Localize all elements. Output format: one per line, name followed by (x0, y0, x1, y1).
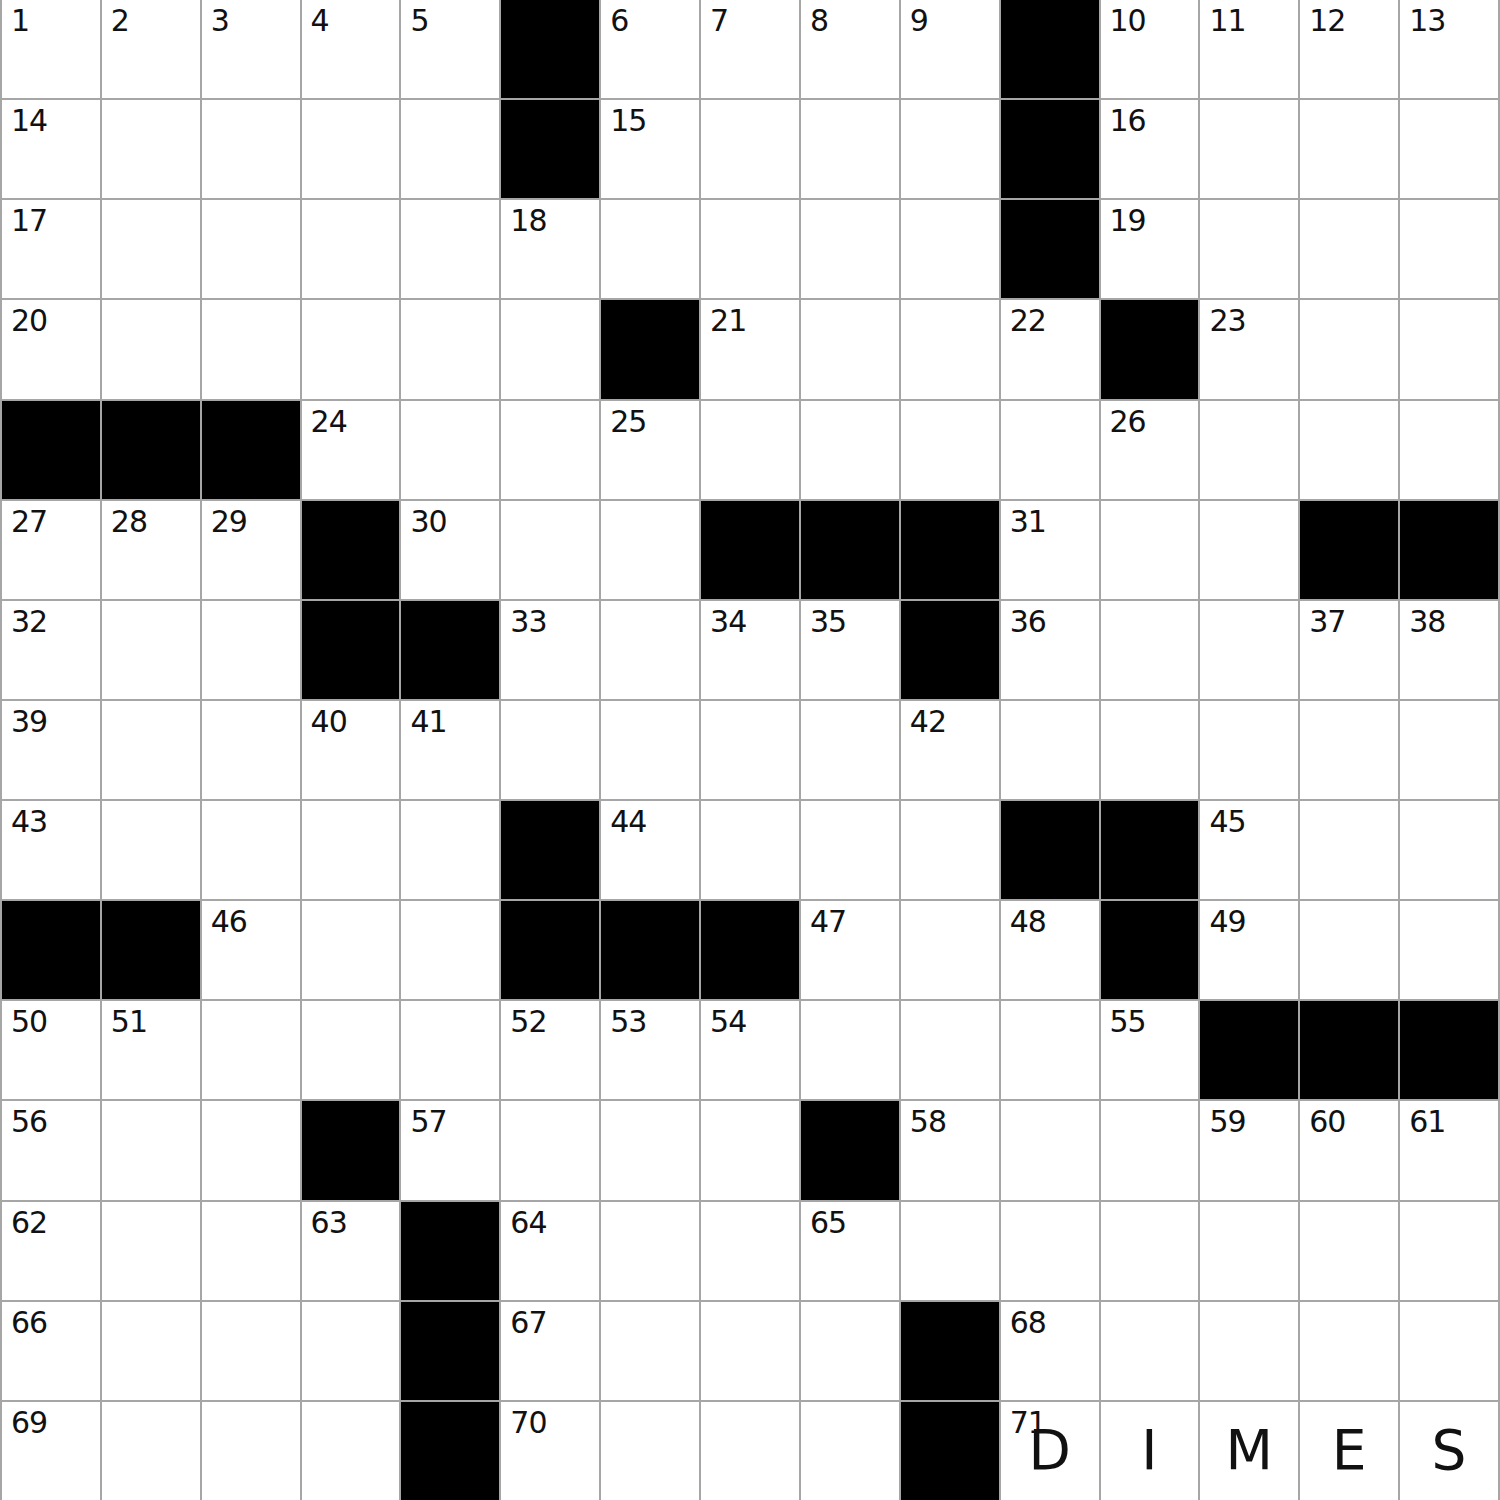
block-r5c2 (102, 401, 200, 499)
cell-r7c11[interactable]: 36 (1001, 601, 1099, 699)
cell-r6c6[interactable] (501, 501, 599, 599)
cell-r15c2[interactable] (102, 1402, 200, 1500)
clue-number: 40 (311, 707, 347, 737)
cell-r8c3[interactable] (202, 701, 300, 799)
clue-number: 16 (1110, 106, 1146, 136)
clue-number: 14 (11, 106, 47, 136)
cell-r3c1[interactable]: 17 (2, 200, 100, 298)
clue-number: 7 (710, 6, 728, 36)
clue-number: 50 (11, 1007, 47, 1037)
block-r14c10 (901, 1302, 999, 1400)
cell-r4c14[interactable] (1300, 300, 1398, 398)
clue-number: 69 (11, 1408, 47, 1438)
cell-letter: M (1200, 1402, 1298, 1500)
cell-r13c10[interactable] (901, 1202, 999, 1300)
cell-r3c15[interactable] (1400, 200, 1498, 298)
cell-r13c4[interactable]: 63 (302, 1202, 400, 1300)
clue-number: 27 (11, 507, 47, 537)
cell-r11c1[interactable]: 50 (2, 1001, 100, 1099)
clue-number: 67 (510, 1308, 546, 1338)
clue-number: 4 (311, 6, 329, 36)
cell-letter: E (1300, 1402, 1398, 1500)
clue-number: 28 (111, 507, 147, 537)
clue-number: 41 (410, 707, 446, 737)
cell-r10c10[interactable] (901, 901, 999, 999)
cell-r1c15[interactable]: 13 (1400, 0, 1498, 98)
cell-r5c9[interactable] (801, 401, 899, 499)
cell-r4c3[interactable] (202, 300, 300, 398)
cell-r14c13[interactable] (1200, 1302, 1298, 1400)
cell-r11c9[interactable] (801, 1001, 899, 1099)
cell-r14c8[interactable] (701, 1302, 799, 1400)
cell-r6c3[interactable]: 29 (202, 501, 300, 599)
cell-r12c3[interactable] (202, 1101, 300, 1199)
cell-r13c11[interactable] (1001, 1202, 1099, 1300)
cell-r9c7[interactable]: 44 (601, 801, 699, 899)
cell-r13c15[interactable] (1400, 1202, 1498, 1300)
cell-r9c8[interactable] (701, 801, 799, 899)
cell-r3c7[interactable] (601, 200, 699, 298)
cell-r14c4[interactable] (302, 1302, 400, 1400)
cell-r7c15[interactable]: 38 (1400, 601, 1498, 699)
cell-r8c1[interactable]: 39 (2, 701, 100, 799)
clue-number: 62 (11, 1208, 47, 1238)
cell-r10c5[interactable] (401, 901, 499, 999)
block-r7c5 (401, 601, 499, 699)
block-r4c7 (601, 300, 699, 398)
cell-r14c1[interactable]: 66 (2, 1302, 100, 1400)
block-r6c14 (1300, 501, 1398, 599)
cell-r5c4[interactable]: 24 (302, 401, 400, 499)
cell-r5c15[interactable] (1400, 401, 1498, 499)
block-r1c11 (1001, 0, 1099, 98)
cell-r8c10[interactable]: 42 (901, 701, 999, 799)
cell-r2c5[interactable] (401, 100, 499, 198)
block-r2c6 (501, 100, 599, 198)
cell-r14c2[interactable] (102, 1302, 200, 1400)
clue-number: 35 (810, 607, 846, 637)
cell-r6c1[interactable]: 27 (2, 501, 100, 599)
clue-number: 33 (510, 607, 546, 637)
cell-r7c8[interactable]: 34 (701, 601, 799, 699)
cell-r5c5[interactable] (401, 401, 499, 499)
clue-number: 11 (1209, 6, 1245, 36)
clue-number: 54 (710, 1007, 746, 1037)
cell-r1c8[interactable]: 7 (701, 0, 799, 98)
cell-r15c8[interactable] (701, 1402, 799, 1500)
cell-r13c6[interactable]: 64 (501, 1202, 599, 1300)
clue-number: 66 (11, 1308, 47, 1338)
cell-r3c4[interactable] (302, 200, 400, 298)
cell-r8c13[interactable] (1200, 701, 1298, 799)
cell-r15c1[interactable]: 69 (2, 1402, 100, 1500)
cell-r9c5[interactable] (401, 801, 499, 899)
cell-r4c1[interactable]: 20 (2, 300, 100, 398)
cell-r9c3[interactable] (202, 801, 300, 899)
clue-number: 42 (910, 707, 946, 737)
cell-r8c7[interactable] (601, 701, 699, 799)
cell-r8c8[interactable] (701, 701, 799, 799)
cell-r8c9[interactable] (801, 701, 899, 799)
clue-number: 22 (1010, 306, 1046, 336)
cell-r13c9[interactable]: 65 (801, 1202, 899, 1300)
cell-r2c15[interactable] (1400, 100, 1498, 198)
cell-r3c3[interactable] (202, 200, 300, 298)
cell-r12c7[interactable] (601, 1101, 699, 1199)
cell-r14c9[interactable] (801, 1302, 899, 1400)
cell-r11c8[interactable]: 54 (701, 1001, 799, 1099)
clue-number: 25 (610, 407, 646, 437)
cell-r1c10[interactable]: 9 (901, 0, 999, 98)
cell-r2c1[interactable]: 14 (2, 100, 100, 198)
cell-r12c5[interactable]: 57 (401, 1101, 499, 1199)
clue-number: 46 (211, 907, 247, 937)
cell-r13c1[interactable]: 62 (2, 1202, 100, 1300)
clue-number: 1 (11, 6, 29, 36)
cell-r15c15[interactable]: S (1400, 1402, 1498, 1500)
cell-r5c14[interactable] (1300, 401, 1398, 499)
cell-r10c9[interactable]: 47 (801, 901, 899, 999)
clue-number: 43 (11, 807, 47, 837)
clue-number: 63 (311, 1208, 347, 1238)
cell-r9c1[interactable]: 43 (2, 801, 100, 899)
cell-r2c14[interactable] (1300, 100, 1398, 198)
clue-number: 15 (610, 106, 646, 136)
block-r10c8 (701, 901, 799, 999)
block-r6c9 (801, 501, 899, 599)
cell-r4c2[interactable] (102, 300, 200, 398)
cell-r14c3[interactable] (202, 1302, 300, 1400)
cell-r11c12[interactable]: 55 (1101, 1001, 1199, 1099)
clue-number: 39 (11, 707, 47, 737)
block-r13c5 (401, 1202, 499, 1300)
clue-number: 3 (211, 6, 229, 36)
cell-r4c9[interactable] (801, 300, 899, 398)
cell-r15c13[interactable]: M (1200, 1402, 1298, 1500)
cell-r4c5[interactable] (401, 300, 499, 398)
block-r5c1 (2, 401, 100, 499)
cell-r2c8[interactable] (701, 100, 799, 198)
block-r6c8 (701, 501, 799, 599)
clue-number: 9 (910, 6, 928, 36)
cell-r14c11[interactable]: 68 (1001, 1302, 1099, 1400)
cell-r15c9[interactable] (801, 1402, 899, 1500)
crossword-board: 1234567891011121314151617181920212223242… (0, 0, 1500, 1500)
cell-r9c14[interactable] (1300, 801, 1398, 899)
block-r15c10 (901, 1402, 999, 1500)
block-r11c14 (1300, 1001, 1398, 1099)
cell-r4c11[interactable]: 22 (1001, 300, 1099, 398)
cell-r7c14[interactable]: 37 (1300, 601, 1398, 699)
cell-r6c2[interactable]: 28 (102, 501, 200, 599)
cell-r15c6[interactable]: 70 (501, 1402, 599, 1500)
block-r11c13 (1200, 1001, 1298, 1099)
clue-number: 26 (1110, 407, 1146, 437)
cell-r5c7[interactable]: 25 (601, 401, 699, 499)
block-r9c12 (1101, 801, 1199, 899)
clue-number: 24 (311, 407, 347, 437)
cell-r11c10[interactable] (901, 1001, 999, 1099)
cell-r1c9[interactable]: 8 (801, 0, 899, 98)
cell-r2c12[interactable]: 16 (1101, 100, 1199, 198)
cell-r4c13[interactable]: 23 (1200, 300, 1298, 398)
cell-r1c7[interactable]: 6 (601, 0, 699, 98)
cell-r15c12[interactable]: I (1101, 1402, 1199, 1500)
cell-r12c1[interactable]: 56 (2, 1101, 100, 1199)
cell-r1c14[interactable]: 12 (1300, 0, 1398, 98)
cell-r15c14[interactable]: E (1300, 1402, 1398, 1500)
cell-r2c10[interactable] (901, 100, 999, 198)
cell-r9c13[interactable]: 45 (1200, 801, 1298, 899)
cell-r14c6[interactable]: 67 (501, 1302, 599, 1400)
block-r12c4 (302, 1101, 400, 1199)
cell-r12c13[interactable]: 59 (1200, 1101, 1298, 1199)
cell-r12c10[interactable]: 58 (901, 1101, 999, 1199)
cell-r7c9[interactable]: 35 (801, 601, 899, 699)
cell-r6c12[interactable] (1101, 501, 1199, 599)
cell-r12c8[interactable] (701, 1101, 799, 1199)
block-r14c5 (401, 1302, 499, 1400)
cell-r4c4[interactable] (302, 300, 400, 398)
cell-r15c3[interactable] (202, 1402, 300, 1500)
block-r10c12 (1101, 901, 1199, 999)
cell-r2c3[interactable] (202, 100, 300, 198)
clue-number: 55 (1110, 1007, 1146, 1037)
cell-r3c2[interactable] (102, 200, 200, 298)
cell-r13c14[interactable] (1300, 1202, 1398, 1300)
block-r6c10 (901, 501, 999, 599)
cell-r7c13[interactable] (1200, 601, 1298, 699)
cell-r8c11[interactable] (1001, 701, 1099, 799)
clue-number: 13 (1409, 6, 1445, 36)
clue-number: 34 (710, 607, 746, 637)
cell-r8c2[interactable] (102, 701, 200, 799)
clue-number: 17 (11, 206, 47, 236)
cell-r10c3[interactable]: 46 (202, 901, 300, 999)
cell-r14c12[interactable] (1101, 1302, 1199, 1400)
cell-r11c7[interactable]: 53 (601, 1001, 699, 1099)
cell-r9c10[interactable] (901, 801, 999, 899)
clue-number: 65 (810, 1208, 846, 1238)
cell-r1c3[interactable]: 3 (202, 0, 300, 98)
cell-r10c4[interactable] (302, 901, 400, 999)
block-r7c4 (302, 601, 400, 699)
cell-r5c12[interactable]: 26 (1101, 401, 1199, 499)
cell-r2c4[interactable] (302, 100, 400, 198)
block-r5c3 (202, 401, 300, 499)
cell-r4c8[interactable]: 21 (701, 300, 799, 398)
clue-number: 49 (1209, 907, 1245, 937)
clue-number: 5 (410, 6, 428, 36)
cell-r3c10[interactable] (901, 200, 999, 298)
cell-r15c11[interactable]: 71D (1001, 1402, 1099, 1500)
clue-number: 20 (11, 306, 47, 336)
clue-number: 57 (410, 1107, 446, 1137)
cell-r7c3[interactable] (202, 601, 300, 699)
cell-r7c12[interactable] (1101, 601, 1199, 699)
cell-r7c1[interactable]: 32 (2, 601, 100, 699)
clue-number: 19 (1110, 206, 1146, 236)
block-r3c11 (1001, 200, 1099, 298)
block-r4c12 (1101, 300, 1199, 398)
clue-number: 2 (111, 6, 129, 36)
cell-r10c11[interactable]: 48 (1001, 901, 1099, 999)
clue-number: 48 (1010, 907, 1046, 937)
cell-r3c13[interactable] (1200, 200, 1298, 298)
cell-r5c6[interactable] (501, 401, 599, 499)
cell-r8c6[interactable] (501, 701, 599, 799)
cell-r2c9[interactable] (801, 100, 899, 198)
clue-number: 47 (810, 907, 846, 937)
cell-r12c14[interactable]: 60 (1300, 1101, 1398, 1199)
cell-r12c11[interactable] (1001, 1101, 1099, 1199)
cell-r3c8[interactable] (701, 200, 799, 298)
cell-r5c8[interactable] (701, 401, 799, 499)
clue-number: 12 (1309, 6, 1345, 36)
cell-r13c3[interactable] (202, 1202, 300, 1300)
cell-r5c10[interactable] (901, 401, 999, 499)
clue-number: 64 (510, 1208, 546, 1238)
clue-number: 60 (1309, 1107, 1345, 1137)
block-r9c11 (1001, 801, 1099, 899)
block-r6c15 (1400, 501, 1498, 599)
cell-r1c2[interactable]: 2 (102, 0, 200, 98)
cell-r11c4[interactable] (302, 1001, 400, 1099)
cell-r1c12[interactable]: 10 (1101, 0, 1199, 98)
cell-r12c2[interactable] (102, 1101, 200, 1199)
block-r2c11 (1001, 100, 1099, 198)
cell-r1c13[interactable]: 11 (1200, 0, 1298, 98)
cell-r6c7[interactable] (601, 501, 699, 599)
cell-r13c13[interactable] (1200, 1202, 1298, 1300)
cell-r13c2[interactable] (102, 1202, 200, 1300)
block-r1c6 (501, 0, 599, 98)
cell-r8c4[interactable]: 40 (302, 701, 400, 799)
cell-r15c7[interactable] (601, 1402, 699, 1500)
clue-number: 23 (1209, 306, 1245, 336)
cell-r12c12[interactable] (1101, 1101, 1199, 1199)
cell-r12c15[interactable]: 61 (1400, 1101, 1498, 1199)
clue-number: 51 (111, 1007, 147, 1037)
clue-number: 45 (1209, 807, 1245, 837)
cell-r7c6[interactable]: 33 (501, 601, 599, 699)
cell-r8c14[interactable] (1300, 701, 1398, 799)
block-r9c6 (501, 801, 599, 899)
cell-r8c12[interactable] (1101, 701, 1199, 799)
cell-r13c8[interactable] (701, 1202, 799, 1300)
cell-r5c13[interactable] (1200, 401, 1298, 499)
cell-r3c12[interactable]: 19 (1101, 200, 1199, 298)
cell-r10c13[interactable]: 49 (1200, 901, 1298, 999)
clue-number: 56 (11, 1107, 47, 1137)
cell-r4c10[interactable] (901, 300, 999, 398)
cell-r1c1[interactable]: 1 (2, 0, 100, 98)
cell-r15c4[interactable] (302, 1402, 400, 1500)
cell-r9c2[interactable] (102, 801, 200, 899)
cell-r11c11[interactable] (1001, 1001, 1099, 1099)
clue-number: 21 (710, 306, 746, 336)
cell-r9c4[interactable] (302, 801, 400, 899)
cell-r6c13[interactable] (1200, 501, 1298, 599)
cell-letter: S (1400, 1402, 1498, 1500)
cell-r10c14[interactable] (1300, 901, 1398, 999)
clue-number: 37 (1309, 607, 1345, 637)
clue-number: 6 (610, 6, 628, 36)
cell-r3c14[interactable] (1300, 200, 1398, 298)
cell-r3c5[interactable] (401, 200, 499, 298)
clue-number: 10 (1110, 6, 1146, 36)
block-r7c10 (901, 601, 999, 699)
cell-r11c5[interactable] (401, 1001, 499, 1099)
block-r6c4 (302, 501, 400, 599)
block-r10c1 (2, 901, 100, 999)
cell-r8c15[interactable] (1400, 701, 1498, 799)
clue-number: 70 (510, 1408, 546, 1438)
cell-r11c3[interactable] (202, 1001, 300, 1099)
clue-number: 68 (1010, 1308, 1046, 1338)
cell-r13c7[interactable] (601, 1202, 699, 1300)
cell-r9c9[interactable] (801, 801, 899, 899)
cell-r10c15[interactable] (1400, 901, 1498, 999)
clue-number: 44 (610, 807, 646, 837)
clue-number: 61 (1409, 1107, 1445, 1137)
cell-letter: I (1101, 1402, 1199, 1500)
cell-r2c7[interactable]: 15 (601, 100, 699, 198)
block-r10c2 (102, 901, 200, 999)
block-r15c5 (401, 1402, 499, 1500)
block-r10c7 (601, 901, 699, 999)
block-r12c9 (801, 1101, 899, 1199)
cell-r11c6[interactable]: 52 (501, 1001, 599, 1099)
cell-r12c6[interactable] (501, 1101, 599, 1199)
clue-number: 18 (510, 206, 546, 236)
cell-r6c5[interactable]: 30 (401, 501, 499, 599)
clue-number: 8 (810, 6, 828, 36)
cell-r2c13[interactable] (1200, 100, 1298, 198)
cell-letter: D (1001, 1402, 1099, 1500)
cell-r7c7[interactable] (601, 601, 699, 699)
cell-r8c5[interactable]: 41 (401, 701, 499, 799)
clue-number: 59 (1209, 1107, 1245, 1137)
clue-number: 36 (1010, 607, 1046, 637)
cell-r3c6[interactable]: 18 (501, 200, 599, 298)
cell-r1c5[interactable]: 5 (401, 0, 499, 98)
clue-number: 52 (510, 1007, 546, 1037)
cell-r14c7[interactable] (601, 1302, 699, 1400)
cell-r13c12[interactable] (1101, 1202, 1199, 1300)
cell-r14c14[interactable] (1300, 1302, 1398, 1400)
cell-r6c11[interactable]: 31 (1001, 501, 1099, 599)
clue-number: 32 (11, 607, 47, 637)
cell-r7c2[interactable] (102, 601, 200, 699)
cell-r4c6[interactable] (501, 300, 599, 398)
cell-r3c9[interactable] (801, 200, 899, 298)
cell-r11c2[interactable]: 51 (102, 1001, 200, 1099)
block-r10c6 (501, 901, 599, 999)
cell-r1c4[interactable]: 4 (302, 0, 400, 98)
cell-r4c15[interactable] (1400, 300, 1498, 398)
clue-number: 29 (211, 507, 247, 537)
clue-number: 31 (1010, 507, 1046, 537)
cell-r2c2[interactable] (102, 100, 200, 198)
clue-number: 53 (610, 1007, 646, 1037)
clue-number: 38 (1409, 607, 1445, 637)
cell-r14c15[interactable] (1400, 1302, 1498, 1400)
clue-number: 58 (910, 1107, 946, 1137)
cell-r9c15[interactable] (1400, 801, 1498, 899)
cell-r5c11[interactable] (1001, 401, 1099, 499)
block-r11c15 (1400, 1001, 1498, 1099)
